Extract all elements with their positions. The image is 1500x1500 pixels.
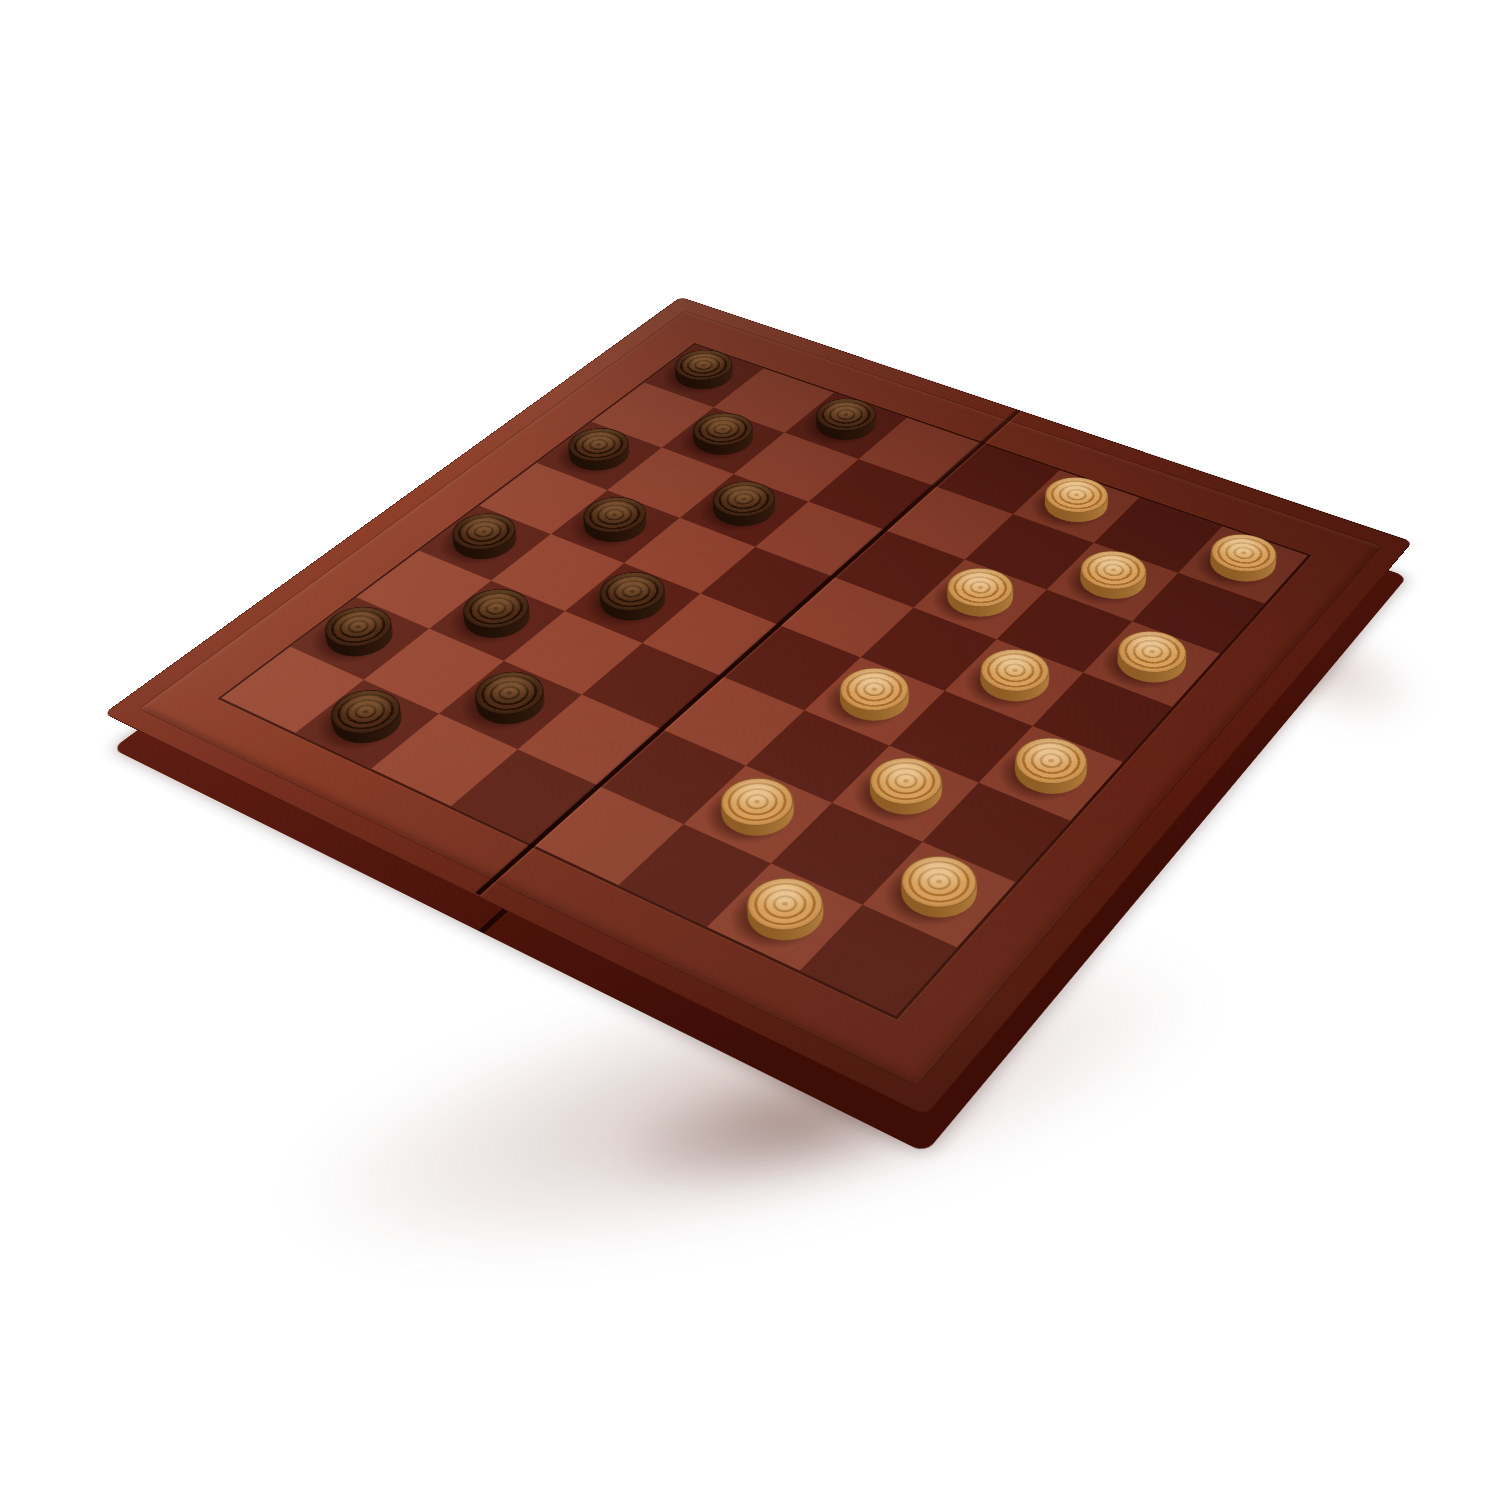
board-top-surface — [104, 297, 1413, 1116]
camera-tilt — [0, 0, 1500, 1500]
grid-frame-groove — [217, 343, 1312, 1020]
checkers-grid — [222, 345, 1308, 1016]
product-photo — [0, 0, 1500, 1500]
checkers-board — [112, 329, 1407, 1153]
